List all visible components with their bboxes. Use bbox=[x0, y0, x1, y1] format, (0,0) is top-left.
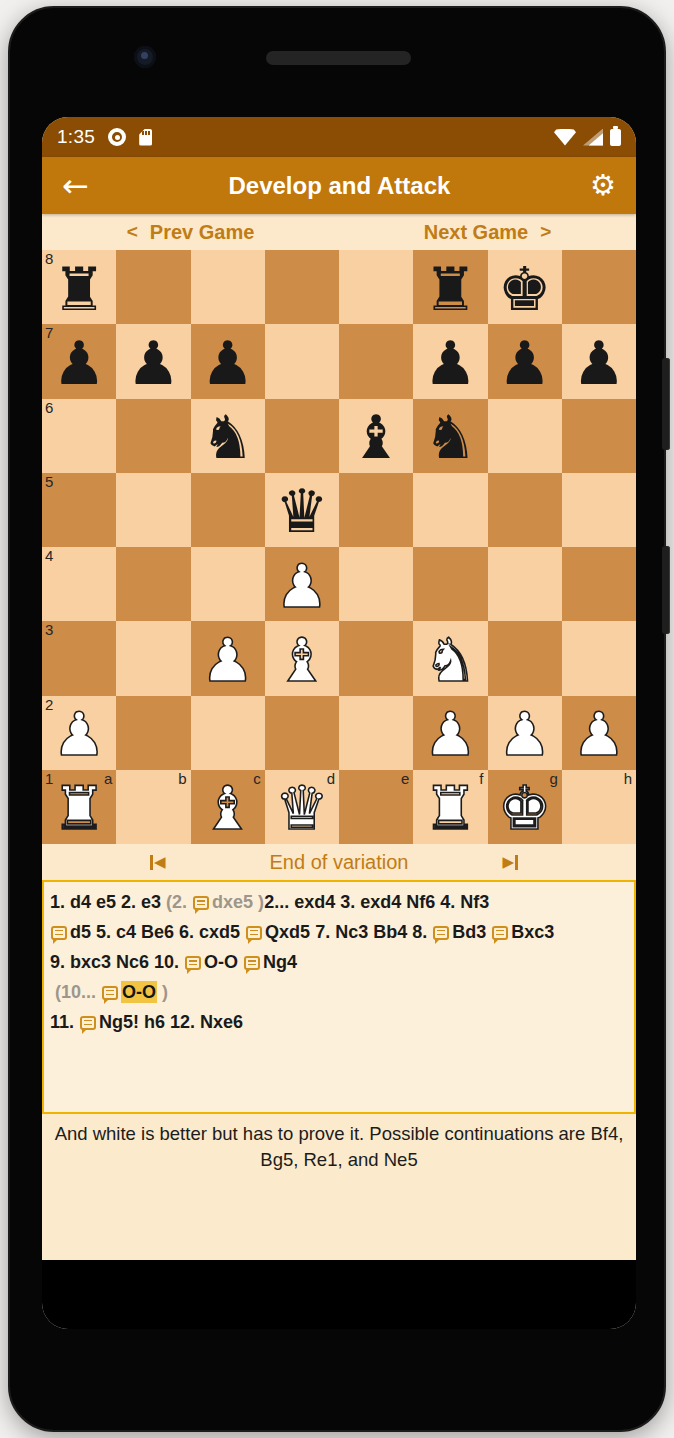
annotation-icon[interactable] bbox=[185, 956, 201, 970]
move-list: 1. d4 e5 2. e3 (2. dxe5 )2... exd4 3. ex… bbox=[42, 880, 636, 1114]
square-d1[interactable]: d♛ bbox=[265, 770, 339, 844]
square-b2[interactable] bbox=[116, 696, 190, 770]
square-b8[interactable] bbox=[116, 250, 190, 324]
square-c3[interactable]: ♟ bbox=[191, 621, 265, 695]
game-nav-row: < Prev Game Next Game > bbox=[42, 214, 636, 250]
annotation-icon[interactable] bbox=[246, 926, 262, 940]
annotation-icon[interactable] bbox=[244, 956, 260, 970]
move-token[interactable]: 11. bbox=[50, 1012, 79, 1032]
square-h3[interactable] bbox=[562, 621, 636, 695]
black-pawn: ♟ bbox=[52, 333, 106, 393]
move-token[interactable]: Ng5! h6 12. Nxe6 bbox=[99, 1012, 243, 1032]
square-a6[interactable]: 6 bbox=[42, 399, 116, 473]
annotation-icon[interactable] bbox=[51, 926, 67, 940]
skip-end-icon: ▶ bbox=[502, 855, 514, 870]
square-e8[interactable] bbox=[339, 250, 413, 324]
earpiece-speaker bbox=[266, 51, 411, 65]
square-b7[interactable]: ♟ bbox=[116, 324, 190, 398]
square-f4[interactable] bbox=[413, 547, 487, 621]
file-label: b bbox=[178, 770, 186, 787]
signal-icon bbox=[583, 129, 603, 146]
android-nav-bar bbox=[42, 1260, 636, 1329]
square-h7[interactable]: ♟ bbox=[562, 324, 636, 398]
move-line: d5 5. c4 Be6 6. cxd5 Qxd5 7. Nc3 Bb4 8. … bbox=[50, 917, 628, 947]
white-pawn: ♟ bbox=[498, 704, 552, 764]
skip-to-end-button[interactable]: ▶ bbox=[502, 844, 518, 880]
front-camera bbox=[134, 46, 156, 68]
square-c5[interactable] bbox=[191, 473, 265, 547]
annotation-icon[interactable] bbox=[492, 926, 508, 940]
square-d7[interactable] bbox=[265, 324, 339, 398]
black-pawn: ♟ bbox=[498, 333, 552, 393]
square-f5[interactable] bbox=[413, 473, 487, 547]
prev-game-label: Prev Game bbox=[150, 221, 255, 244]
black-pawn: ♟ bbox=[201, 333, 255, 393]
move-token[interactable]: (10... bbox=[50, 982, 101, 1002]
square-d3[interactable]: ♝ bbox=[265, 621, 339, 695]
file-label: c bbox=[253, 770, 261, 787]
square-d4[interactable]: ♟ bbox=[265, 547, 339, 621]
square-g8[interactable]: ♚ bbox=[488, 250, 562, 324]
square-c2[interactable] bbox=[191, 696, 265, 770]
gear-icon[interactable]: ⚙ bbox=[590, 171, 616, 200]
white-pawn: ♟ bbox=[52, 704, 106, 764]
move-line: 1. d4 e5 2. e3 (2. dxe5 )2... exd4 3. ex… bbox=[50, 887, 628, 917]
battery-icon bbox=[610, 129, 621, 146]
black-pawn: ♟ bbox=[572, 333, 626, 393]
commentary-text: And white is better but has to prove it.… bbox=[42, 1114, 636, 1260]
square-h8[interactable] bbox=[562, 250, 636, 324]
power-button bbox=[662, 358, 670, 450]
square-a4[interactable]: 4 bbox=[42, 547, 116, 621]
move-token[interactable]: (2. bbox=[166, 892, 192, 912]
move-token[interactable]: 1. d4 e5 2. e3 bbox=[50, 892, 166, 912]
white-knight: ♞ bbox=[423, 630, 477, 690]
black-bishop: ♝ bbox=[349, 407, 403, 467]
square-c8[interactable] bbox=[191, 250, 265, 324]
wifi-icon bbox=[554, 129, 576, 146]
rank-label: 5 bbox=[45, 473, 53, 490]
white-pawn: ♟ bbox=[572, 704, 626, 764]
stage: 1:35 ← Develop and Attack ⚙ bbox=[0, 0, 674, 1438]
square-e1[interactable]: e bbox=[339, 770, 413, 844]
annotation-icon[interactable] bbox=[80, 1016, 96, 1030]
move-token[interactable]: Bd3 bbox=[452, 922, 491, 942]
skip-start-icon: ◀ bbox=[154, 855, 166, 870]
clock-text: 1:35 bbox=[57, 126, 95, 148]
square-e6[interactable]: ♝ bbox=[339, 399, 413, 473]
square-f6[interactable]: ♞ bbox=[413, 399, 487, 473]
square-f3[interactable]: ♞ bbox=[413, 621, 487, 695]
square-a7[interactable]: 7♟ bbox=[42, 324, 116, 398]
square-a1[interactable]: 1a♜ bbox=[42, 770, 116, 844]
square-g6[interactable] bbox=[488, 399, 562, 473]
move-line: (10... O-O ) bbox=[50, 977, 628, 1007]
square-c6[interactable]: ♞ bbox=[191, 399, 265, 473]
move-token[interactable]: d5 5. c4 Be6 6. cxd5 bbox=[70, 922, 245, 942]
move-line: 9. bxc3 Nc6 10. O-O Ng4 bbox=[50, 947, 628, 977]
square-h6[interactable] bbox=[562, 399, 636, 473]
status-bar: 1:35 bbox=[42, 117, 636, 157]
square-f8[interactable]: ♜ bbox=[413, 250, 487, 324]
prev-game-button[interactable]: < Prev Game bbox=[121, 220, 261, 245]
move-token[interactable]: Qxd5 7. Nc3 Bb4 8. bbox=[265, 922, 432, 942]
square-c4[interactable] bbox=[191, 547, 265, 621]
screen: 1:35 ← Develop and Attack ⚙ bbox=[42, 117, 636, 1329]
square-a8[interactable]: 8♜ bbox=[42, 250, 116, 324]
rank-label: 8 bbox=[45, 250, 53, 267]
white-king: ♚ bbox=[498, 778, 552, 838]
black-queen: ♛ bbox=[275, 481, 329, 541]
annotation-icon[interactable] bbox=[193, 896, 209, 910]
square-c1[interactable]: c♝ bbox=[191, 770, 265, 844]
white-rook: ♜ bbox=[52, 778, 106, 838]
white-bishop: ♝ bbox=[201, 778, 255, 838]
move-token[interactable]: Bxc3 bbox=[511, 922, 554, 942]
skip-to-start-button[interactable]: ◀ bbox=[150, 844, 166, 880]
square-e3[interactable] bbox=[339, 621, 413, 695]
file-label: g bbox=[549, 770, 557, 787]
square-a3[interactable]: 3 bbox=[42, 621, 116, 695]
move-token[interactable]: Ng4 bbox=[263, 952, 297, 972]
white-rook: ♜ bbox=[423, 778, 477, 838]
square-e5[interactable] bbox=[339, 473, 413, 547]
file-label: h bbox=[624, 770, 632, 787]
page-title: Develop and Attack bbox=[89, 172, 590, 200]
black-rook: ♜ bbox=[52, 259, 106, 319]
file-label: d bbox=[327, 770, 335, 787]
square-f1[interactable]: f♜ bbox=[413, 770, 487, 844]
square-g5[interactable] bbox=[488, 473, 562, 547]
white-bishop: ♝ bbox=[275, 630, 329, 690]
chess-board: 8♜♜♚7♟♟♟♟♟♟6♞♝♞5♛4♟3♟♝♞2♟♟♟♟1a♜bc♝d♛ef♜g… bbox=[42, 250, 636, 844]
move-token[interactable]: 2... exd4 3. exd4 Nf6 4. Nf3 bbox=[264, 892, 489, 912]
back-arrow-icon[interactable]: ← bbox=[62, 170, 89, 202]
phone-frame: 1:35 ← Develop and Attack ⚙ bbox=[8, 6, 666, 1432]
move-token[interactable]: O-O bbox=[121, 981, 157, 1003]
square-c7[interactable]: ♟ bbox=[191, 324, 265, 398]
file-label: e bbox=[401, 770, 409, 787]
square-f7[interactable]: ♟ bbox=[413, 324, 487, 398]
black-knight: ♞ bbox=[201, 407, 255, 467]
rank-label: 6 bbox=[45, 399, 53, 416]
sd-card-icon bbox=[139, 129, 152, 146]
move-token[interactable]: 9. bxc3 Nc6 10. bbox=[50, 952, 184, 972]
app-bar: ← Develop and Attack ⚙ bbox=[42, 157, 636, 214]
move-token[interactable]: dxe5 ) bbox=[212, 892, 264, 912]
square-e7[interactable] bbox=[339, 324, 413, 398]
white-pawn: ♟ bbox=[275, 556, 329, 616]
square-d6[interactable] bbox=[265, 399, 339, 473]
square-b3[interactable] bbox=[116, 621, 190, 695]
square-f2[interactable]: ♟ bbox=[413, 696, 487, 770]
square-g7[interactable]: ♟ bbox=[488, 324, 562, 398]
square-g3[interactable] bbox=[488, 621, 562, 695]
square-h5[interactable] bbox=[562, 473, 636, 547]
black-knight: ♞ bbox=[423, 407, 477, 467]
black-pawn: ♟ bbox=[423, 333, 477, 393]
move-token[interactable]: O-O bbox=[204, 952, 243, 972]
file-label: a bbox=[104, 770, 112, 787]
square-b4[interactable] bbox=[116, 547, 190, 621]
move-line: 11. Ng5! h6 12. Nxe6 bbox=[50, 1007, 628, 1037]
playback-status-text: End of variation bbox=[270, 851, 409, 874]
square-h2[interactable]: ♟ bbox=[562, 696, 636, 770]
square-e4[interactable] bbox=[339, 547, 413, 621]
rank-label: 3 bbox=[45, 621, 53, 638]
rank-label: 4 bbox=[45, 547, 53, 564]
square-h1[interactable]: h bbox=[562, 770, 636, 844]
move-token[interactable]: ) bbox=[157, 982, 168, 1002]
square-d2[interactable] bbox=[265, 696, 339, 770]
black-pawn: ♟ bbox=[126, 333, 180, 393]
chevron-right-icon: > bbox=[540, 221, 551, 243]
square-b5[interactable] bbox=[116, 473, 190, 547]
square-g4[interactable] bbox=[488, 547, 562, 621]
record-icon bbox=[108, 128, 126, 146]
square-e2[interactable] bbox=[339, 696, 413, 770]
annotation-icon[interactable] bbox=[102, 986, 118, 1000]
square-d5[interactable]: ♛ bbox=[265, 473, 339, 547]
square-a2[interactable]: 2♟ bbox=[42, 696, 116, 770]
next-game-label: Next Game bbox=[424, 221, 529, 244]
square-b1[interactable]: b bbox=[116, 770, 190, 844]
playback-row: ◀ End of variation ▶ bbox=[42, 844, 636, 880]
chevron-left-icon: < bbox=[127, 221, 138, 243]
square-a5[interactable]: 5 bbox=[42, 473, 116, 547]
rank-label: 1 bbox=[45, 770, 53, 787]
file-label: f bbox=[479, 770, 483, 787]
square-b6[interactable] bbox=[116, 399, 190, 473]
square-g1[interactable]: g♚ bbox=[488, 770, 562, 844]
rank-label: 7 bbox=[45, 324, 53, 341]
next-game-button[interactable]: Next Game > bbox=[418, 220, 558, 245]
annotation-icon[interactable] bbox=[433, 926, 449, 940]
black-rook: ♜ bbox=[423, 259, 477, 319]
black-king: ♚ bbox=[498, 259, 552, 319]
square-d8[interactable] bbox=[265, 250, 339, 324]
white-queen: ♛ bbox=[275, 778, 329, 838]
square-h4[interactable] bbox=[562, 547, 636, 621]
square-g2[interactable]: ♟ bbox=[488, 696, 562, 770]
volume-button bbox=[662, 546, 670, 634]
white-pawn: ♟ bbox=[423, 704, 477, 764]
white-pawn: ♟ bbox=[201, 630, 255, 690]
rank-label: 2 bbox=[45, 696, 53, 713]
